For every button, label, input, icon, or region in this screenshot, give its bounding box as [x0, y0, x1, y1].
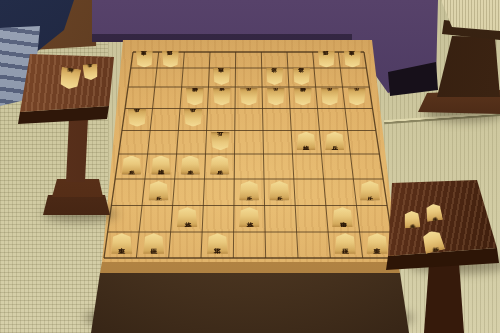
piece-gote-pawn[interactable]: 歩兵 — [128, 109, 146, 127]
piece-sente-lance[interactable]: 香車 — [111, 233, 132, 253]
piece-gote-bishop[interactable]: 角行 — [59, 66, 82, 90]
piece-sente-pawn[interactable]: 歩兵 — [403, 210, 420, 228]
piece-gote-gold[interactable]: 金将 — [293, 68, 310, 85]
piece-sente-pawn[interactable]: 歩兵 — [181, 156, 200, 175]
piece-sente-gold[interactable]: 金将 — [177, 207, 197, 227]
piece-sente-rook[interactable]: 飛車 — [332, 207, 352, 227]
piece-sente-pawn[interactable]: 歩兵 — [149, 181, 169, 200]
piece-sente-king[interactable]: 王将 — [207, 233, 228, 253]
piece-sente-pawn[interactable]: 歩兵 — [270, 181, 290, 200]
piece-sente-lance[interactable]: 香車 — [367, 233, 388, 253]
piece-sente-bishop[interactable]: 角行 — [421, 228, 445, 253]
piece-gote-pawn[interactable]: 歩兵 — [321, 88, 339, 105]
piece-gote-silver[interactable]: 銀将 — [294, 88, 312, 105]
piece-sente-knight[interactable]: 桂馬 — [335, 233, 356, 253]
piece-sente-pawn[interactable]: 歩兵 — [239, 181, 259, 200]
piece-sente-pawn[interactable]: 歩兵 — [122, 156, 141, 175]
piece-kanji: 歩兵 — [431, 212, 436, 213]
piece-sente-gold[interactable]: 金将 — [239, 207, 259, 227]
piece-gote-rook[interactable]: 飛車 — [213, 68, 230, 85]
piece-gote-pawn[interactable]: 歩兵 — [211, 132, 230, 150]
piece-gote-gold[interactable]: 金将 — [213, 88, 231, 105]
piece-sente-pawn[interactable]: 歩兵 — [425, 202, 443, 221]
piece-gote-lance[interactable]: 香車 — [136, 51, 153, 68]
piece-sente-pawn[interactable]: 歩兵 — [360, 181, 380, 200]
piece-gote-pawn[interactable]: 歩兵 — [267, 88, 285, 105]
piece-sente-pawn[interactable]: 歩兵 — [325, 132, 344, 150]
piece-gote-pawn[interactable]: 歩兵 — [240, 88, 258, 105]
piece-gote-knight[interactable]: 桂馬 — [162, 51, 179, 68]
piece-gote-silver[interactable]: 銀将 — [186, 88, 204, 105]
piece-gote-pawn[interactable]: 歩兵 — [184, 109, 202, 127]
piece-sente-silver[interactable]: 銀将 — [297, 132, 316, 150]
piece-sente-pawn[interactable]: 歩兵 — [210, 156, 229, 175]
piece-kanji: 角行 — [430, 240, 437, 242]
piece-gote-pawn[interactable]: 歩兵 — [348, 88, 366, 105]
piece-kanji: 角行 — [67, 78, 74, 79]
photo-shogi-match: 香車桂馬桂馬香車飛車玉将金将銀将金将歩兵歩兵銀将歩兵歩兵歩兵歩兵歩兵銀将歩兵歩兵… — [0, 0, 500, 333]
piece-gote-pawn[interactable]: 歩兵 — [82, 63, 98, 80]
piece-gote-lance[interactable]: 香車 — [344, 51, 361, 68]
pieces-layer: 香車桂馬桂馬香車飛車玉将金将銀将金将歩兵歩兵銀将歩兵歩兵歩兵歩兵歩兵銀将歩兵歩兵… — [0, 0, 500, 333]
piece-gote-knight[interactable]: 桂馬 — [318, 51, 335, 68]
piece-gote-king[interactable]: 玉将 — [266, 68, 283, 85]
piece-sente-knight[interactable]: 桂馬 — [143, 233, 164, 253]
piece-sente-silver[interactable]: 銀将 — [151, 156, 170, 175]
